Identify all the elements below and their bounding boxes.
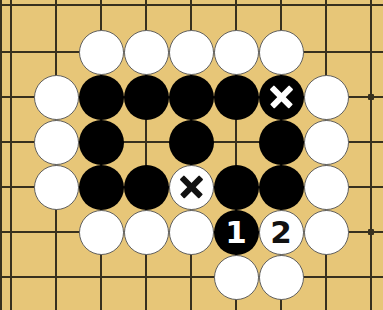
- white-stone[interactable]: [34, 75, 79, 120]
- white-stone[interactable]: [34, 165, 79, 210]
- black-stone[interactable]: [124, 165, 169, 210]
- black-stone-move-1[interactable]: 1: [214, 210, 259, 255]
- white-stone[interactable]: [304, 165, 349, 210]
- white-stone-cross-marked[interactable]: [169, 165, 214, 210]
- black-stone[interactable]: [124, 75, 169, 120]
- white-stone[interactable]: [304, 75, 349, 120]
- black-stone[interactable]: [169, 75, 214, 120]
- move-number-label: 2: [260, 211, 303, 254]
- white-stone[interactable]: [169, 30, 214, 75]
- white-stone[interactable]: [214, 30, 259, 75]
- white-stone[interactable]: [214, 255, 259, 300]
- white-stone[interactable]: [304, 120, 349, 165]
- black-stone[interactable]: [169, 120, 214, 165]
- white-stone[interactable]: [79, 30, 124, 75]
- black-stone[interactable]: [79, 120, 124, 165]
- black-stone-cross-marked[interactable]: [259, 75, 304, 120]
- white-stone[interactable]: [259, 30, 304, 75]
- go-board: 12: [0, 0, 383, 310]
- black-stone[interactable]: [79, 165, 124, 210]
- black-stone[interactable]: [214, 75, 259, 120]
- white-stone[interactable]: [169, 210, 214, 255]
- black-stone[interactable]: [259, 165, 304, 210]
- black-stone[interactable]: [79, 75, 124, 120]
- stones-layer: 12: [0, 0, 383, 300]
- white-stone-move-2[interactable]: 2: [259, 210, 304, 255]
- white-stone[interactable]: [34, 120, 79, 165]
- black-stone[interactable]: [259, 120, 304, 165]
- white-stone[interactable]: [304, 210, 349, 255]
- white-stone[interactable]: [124, 210, 169, 255]
- white-stone[interactable]: [259, 255, 304, 300]
- move-number-label: 1: [214, 210, 259, 255]
- white-stone[interactable]: [79, 210, 124, 255]
- black-stone[interactable]: [214, 165, 259, 210]
- white-stone[interactable]: [124, 30, 169, 75]
